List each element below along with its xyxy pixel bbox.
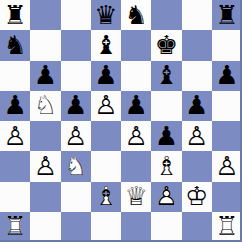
black-queen-icon: ♛: [91, 0, 121, 30]
white-knight-outline-icon: ♘: [61, 151, 91, 181]
piece-black-knight[interactable]: ♞: [0, 30, 30, 60]
piece-white-knight[interactable]: ♞♘: [30, 91, 60, 121]
square-b2[interactable]: [30, 182, 60, 212]
square-h4[interactable]: [212, 121, 242, 151]
square-a6[interactable]: [0, 61, 30, 91]
piece-black-bishop[interactable]: ♝: [91, 30, 121, 60]
piece-black-pawn[interactable]: ♟: [121, 91, 151, 121]
square-d1[interactable]: [91, 212, 121, 242]
piece-black-pawn[interactable]: ♟: [91, 61, 121, 91]
square-e4[interactable]: ♟♙: [121, 121, 151, 151]
piece-white-knight[interactable]: ♞♘: [61, 151, 91, 181]
square-f8[interactable]: [151, 0, 181, 30]
black-pawn-icon: ♟: [91, 61, 121, 91]
square-b1[interactable]: [30, 212, 60, 242]
white-king-outline-icon: ♔: [182, 182, 212, 212]
square-c8[interactable]: [61, 0, 91, 30]
square-f3[interactable]: ♝♗: [151, 151, 181, 181]
square-d5[interactable]: ♟♙: [91, 91, 121, 121]
square-d6[interactable]: ♟: [91, 61, 121, 91]
square-e2[interactable]: ♛♕: [121, 182, 151, 212]
piece-white-pawn[interactable]: ♟♙: [0, 121, 30, 151]
piece-black-knight[interactable]: ♞: [121, 0, 151, 30]
piece-white-pawn[interactable]: ♟♙: [212, 151, 242, 181]
white-pawn-outline-icon: ♙: [182, 121, 212, 151]
piece-white-rook[interactable]: ♜♖: [212, 212, 242, 242]
square-c1[interactable]: [61, 212, 91, 242]
piece-black-bishop[interactable]: ♝: [151, 61, 181, 91]
piece-black-pawn[interactable]: ♟: [151, 121, 181, 151]
white-queen-outline-icon: ♕: [121, 182, 151, 212]
square-f4[interactable]: ♟: [151, 121, 181, 151]
piece-black-rook[interactable]: ♜: [212, 0, 242, 30]
square-f7[interactable]: ♚: [151, 30, 181, 60]
square-c4[interactable]: ♟♙: [61, 121, 91, 151]
square-h6[interactable]: ♟: [212, 61, 242, 91]
square-b8[interactable]: [30, 0, 60, 30]
black-pawn-icon: ♟: [121, 91, 151, 121]
square-d2[interactable]: ♝♗: [91, 182, 121, 212]
white-bishop-outline-icon: ♗: [151, 151, 181, 181]
square-h1[interactable]: ♜♖: [212, 212, 242, 242]
piece-white-pawn[interactable]: ♟♙: [151, 182, 181, 212]
white-pawn-outline-icon: ♙: [30, 151, 60, 181]
chess-board: ♜♛♞♜♞♝♚♟♟♝♟♟♞♘♟♟♙♟♟♟♙♟♙♟♙♟♟♙♟♙♞♘♝♗♟♙♝♗♛♕…: [0, 0, 242, 242]
square-h3[interactable]: ♟♙: [212, 151, 242, 181]
square-b6[interactable]: ♟: [30, 61, 60, 91]
white-pawn-outline-icon: ♙: [61, 121, 91, 151]
square-d4[interactable]: [91, 121, 121, 151]
black-pawn-icon: ♟: [61, 91, 91, 121]
square-a2[interactable]: [0, 182, 30, 212]
square-c6[interactable]: [61, 61, 91, 91]
piece-white-bishop[interactable]: ♝♗: [91, 182, 121, 212]
piece-black-pawn[interactable]: ♟: [30, 61, 60, 91]
square-g2[interactable]: ♚♔: [182, 182, 212, 212]
piece-black-king[interactable]: ♚: [151, 30, 181, 60]
square-h5[interactable]: [212, 91, 242, 121]
black-pawn-icon: ♟: [0, 91, 30, 121]
black-pawn-icon: ♟: [151, 121, 181, 151]
square-c2[interactable]: [61, 182, 91, 212]
piece-white-queen[interactable]: ♛♕: [121, 182, 151, 212]
square-g1[interactable]: [182, 212, 212, 242]
black-pawn-icon: ♟: [30, 61, 60, 91]
white-pawn-outline-icon: ♙: [151, 182, 181, 212]
piece-white-pawn[interactable]: ♟♙: [91, 91, 121, 121]
square-f2[interactable]: ♟♙: [151, 182, 181, 212]
square-h7[interactable]: [212, 30, 242, 60]
square-d8[interactable]: ♛: [91, 0, 121, 30]
black-king-icon: ♚: [151, 30, 181, 60]
piece-black-pawn[interactable]: ♟: [212, 61, 242, 91]
square-h2[interactable]: [212, 182, 242, 212]
piece-black-rook[interactable]: ♜: [0, 0, 30, 30]
square-g3[interactable]: [182, 151, 212, 181]
square-e1[interactable]: [121, 212, 151, 242]
piece-black-pawn[interactable]: ♟: [61, 91, 91, 121]
square-a5[interactable]: ♟: [0, 91, 30, 121]
black-knight-icon: ♞: [121, 0, 151, 30]
square-a3[interactable]: [0, 151, 30, 181]
piece-white-pawn[interactable]: ♟♙: [121, 121, 151, 151]
piece-white-pawn[interactable]: ♟♙: [182, 121, 212, 151]
square-b4[interactable]: [30, 121, 60, 151]
square-g4[interactable]: ♟♙: [182, 121, 212, 151]
square-e7[interactable]: [121, 30, 151, 60]
square-g5[interactable]: ♟: [182, 91, 212, 121]
square-g8[interactable]: [182, 0, 212, 30]
piece-black-pawn[interactable]: ♟: [182, 91, 212, 121]
piece-white-king[interactable]: ♚♔: [182, 182, 212, 212]
white-pawn-outline-icon: ♙: [0, 121, 30, 151]
black-bishop-icon: ♝: [151, 61, 181, 91]
piece-white-bishop[interactable]: ♝♗: [151, 151, 181, 181]
square-g6[interactable]: [182, 61, 212, 91]
square-c3[interactable]: ♞♘: [61, 151, 91, 181]
square-e5[interactable]: ♟: [121, 91, 151, 121]
square-b7[interactable]: [30, 30, 60, 60]
square-f5[interactable]: [151, 91, 181, 121]
square-h8[interactable]: ♜: [212, 0, 242, 30]
square-e8[interactable]: ♞: [121, 0, 151, 30]
square-b3[interactable]: ♟♙: [30, 151, 60, 181]
square-e6[interactable]: [121, 61, 151, 91]
white-bishop-outline-icon: ♗: [91, 182, 121, 212]
piece-black-pawn[interactable]: ♟: [0, 91, 30, 121]
black-rook-icon: ♜: [212, 0, 242, 30]
black-bishop-icon: ♝: [91, 30, 121, 60]
square-a1[interactable]: ♜♖: [0, 212, 30, 242]
square-a4[interactable]: ♟♙: [0, 121, 30, 151]
square-c5[interactable]: ♟: [61, 91, 91, 121]
square-a7[interactable]: ♞: [0, 30, 30, 60]
square-b5[interactable]: ♞♘: [30, 91, 60, 121]
square-a8[interactable]: ♜: [0, 0, 30, 30]
square-d7[interactable]: ♝: [91, 30, 121, 60]
black-pawn-icon: ♟: [212, 61, 242, 91]
square-e3[interactable]: [121, 151, 151, 181]
piece-white-pawn[interactable]: ♟♙: [30, 151, 60, 181]
square-d3[interactable]: [91, 151, 121, 181]
white-rook-outline-icon: ♖: [0, 212, 30, 242]
piece-black-queen[interactable]: ♛: [91, 0, 121, 30]
square-g7[interactable]: [182, 30, 212, 60]
square-c7[interactable]: [61, 30, 91, 60]
square-f1[interactable]: [151, 212, 181, 242]
piece-white-pawn[interactable]: ♟♙: [61, 121, 91, 151]
white-pawn-outline-icon: ♙: [212, 151, 242, 181]
white-pawn-outline-icon: ♙: [121, 121, 151, 151]
black-knight-icon: ♞: [0, 30, 30, 60]
white-rook-outline-icon: ♖: [212, 212, 242, 242]
piece-white-rook[interactable]: ♜♖: [0, 212, 30, 242]
square-f6[interactable]: ♝: [151, 61, 181, 91]
white-knight-outline-icon: ♘: [30, 91, 60, 121]
black-rook-icon: ♜: [0, 0, 30, 30]
black-pawn-icon: ♟: [182, 91, 212, 121]
white-pawn-outline-icon: ♙: [91, 91, 121, 121]
